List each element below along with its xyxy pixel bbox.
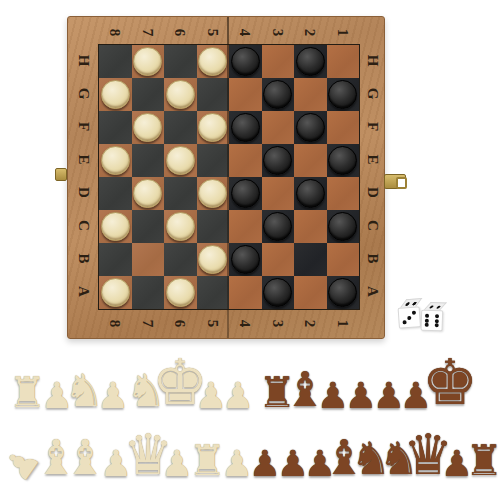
die-pip [412, 310, 416, 314]
black-checker [328, 80, 357, 109]
dark-king-piece: ♚ [422, 353, 478, 413]
black-checker [231, 113, 260, 142]
square-g1 [327, 78, 360, 111]
square-e6 [164, 144, 197, 177]
die-pip [436, 305, 442, 308]
square-f8 [99, 111, 132, 144]
file-label-h: H [76, 50, 91, 72]
die-pip [435, 314, 439, 318]
die-showing-3 [397, 298, 421, 328]
square-c8 [99, 210, 132, 243]
die-front-face [398, 306, 421, 328]
square-d1 [327, 177, 360, 210]
square-h6 [164, 45, 197, 78]
white-checker [101, 146, 130, 175]
square-d3 [262, 177, 295, 210]
square-h5 [197, 45, 230, 78]
square-a7 [132, 276, 165, 309]
file-label-c: C [365, 215, 380, 237]
rank-label-6: 6 [172, 307, 187, 340]
black-checker [263, 212, 292, 241]
black-checker [263, 146, 292, 175]
square-b7 [132, 243, 165, 276]
file-label-d: D [76, 182, 91, 204]
square-a3 [262, 276, 295, 309]
square-f4 [229, 111, 262, 144]
square-a1 [327, 276, 360, 309]
square-b3 [262, 243, 295, 276]
black-checker [328, 278, 357, 307]
square-g8 [99, 78, 132, 111]
square-d7 [132, 177, 165, 210]
white-checker [101, 80, 130, 109]
square-d4 [229, 177, 262, 210]
square-f7 [132, 111, 165, 144]
brass-clasp-icon [384, 174, 406, 189]
square-d2 [294, 177, 327, 210]
rank-label-1: 1 [334, 307, 349, 340]
square-c2 [294, 210, 327, 243]
white-checker [133, 113, 162, 142]
black-checker [328, 212, 357, 241]
square-c3 [262, 210, 295, 243]
square-d5 [197, 177, 230, 210]
white-checker [101, 212, 130, 241]
square-f3 [262, 111, 295, 144]
square-g4 [229, 78, 262, 111]
rank-label-4: 4 [237, 307, 252, 340]
square-f2 [294, 111, 327, 144]
white-checker [166, 212, 195, 241]
black-checker [231, 47, 260, 76]
square-f1 [327, 111, 360, 144]
square-e1 [327, 144, 360, 177]
square-a4 [229, 276, 262, 309]
square-d6 [164, 177, 197, 210]
board-fold-seam [227, 17, 229, 338]
black-checker [231, 179, 260, 208]
square-f6 [164, 111, 197, 144]
square-h1 [327, 45, 360, 78]
light-pawn-piece: ♟ [97, 379, 129, 413]
file-label-c: C [76, 215, 91, 237]
die-front-face [421, 310, 444, 332]
black-checker [296, 179, 325, 208]
rank-label-7: 7 [139, 307, 154, 340]
square-b2 [294, 243, 327, 276]
board-grid [98, 44, 360, 310]
file-label-a: A [76, 281, 91, 303]
product-photo: 87654321 87654321 HGFEDCBA HGFEDCBA ♜♟♞♟… [0, 0, 500, 500]
file-label-e: E [365, 149, 380, 171]
file-label-f: F [76, 116, 91, 138]
rank-label-8: 8 [107, 307, 122, 340]
black-checker [296, 113, 325, 142]
rank-label-3: 3 [269, 307, 284, 340]
square-c7 [132, 210, 165, 243]
dark-rook-piece: ♜ [465, 441, 500, 481]
black-checker [231, 245, 260, 274]
square-e5 [197, 144, 230, 177]
file-label-e: E [76, 149, 91, 171]
square-b6 [164, 243, 197, 276]
square-g6 [164, 78, 197, 111]
white-checker [198, 245, 227, 274]
square-a6 [164, 276, 197, 309]
square-b4 [229, 243, 262, 276]
die-pip [425, 323, 429, 327]
square-c1 [327, 210, 360, 243]
square-b8 [99, 243, 132, 276]
file-label-g: G [76, 83, 91, 105]
right-letter-labels: HGFEDCBA [361, 44, 383, 308]
die-pip [425, 314, 429, 318]
square-a5 [197, 276, 230, 309]
square-c6 [164, 210, 197, 243]
black-checker [263, 278, 292, 307]
white-checker [166, 146, 195, 175]
white-checker [198, 179, 227, 208]
die-pip [435, 319, 439, 323]
square-h8 [99, 45, 132, 78]
file-label-g: G [365, 83, 380, 105]
white-checker [133, 47, 162, 76]
square-g7 [132, 78, 165, 111]
die-pip [412, 301, 417, 304]
file-label-b: B [76, 248, 91, 270]
die-showing-6 [421, 302, 444, 332]
folding-chess-board: 87654321 87654321 HGFEDCBA HGFEDCBA [67, 16, 385, 339]
square-e3 [262, 144, 295, 177]
square-h7 [132, 45, 165, 78]
square-b5 [197, 243, 230, 276]
rank-label-5: 5 [204, 307, 219, 340]
square-c5 [197, 210, 230, 243]
white-checker [198, 113, 227, 142]
die-pip [429, 305, 435, 308]
square-h3 [262, 45, 295, 78]
square-h2 [294, 45, 327, 78]
die-pip [402, 320, 406, 324]
file-label-a: A [365, 281, 380, 303]
black-checker [296, 47, 325, 76]
square-b1 [327, 243, 360, 276]
white-checker [101, 278, 130, 307]
square-g3 [262, 78, 295, 111]
left-letter-labels: HGFEDCBA [72, 44, 94, 308]
file-label-h: H [365, 50, 380, 72]
square-d8 [99, 177, 132, 210]
square-e7 [132, 144, 165, 177]
file-label-b: B [365, 248, 380, 270]
die-pip [435, 323, 439, 327]
square-c4 [229, 210, 262, 243]
square-e4 [229, 144, 262, 177]
black-checker [328, 146, 357, 175]
die-pip [407, 315, 411, 319]
brass-latch-icon [55, 168, 67, 181]
square-h4 [229, 45, 262, 78]
black-checker [263, 80, 292, 109]
square-g5 [197, 78, 230, 111]
square-a2 [294, 276, 327, 309]
square-f5 [197, 111, 230, 144]
white-checker [166, 80, 195, 109]
white-checker [166, 278, 195, 307]
square-e8 [99, 144, 132, 177]
square-a8 [99, 276, 132, 309]
white-checker [198, 47, 227, 76]
square-e2 [294, 144, 327, 177]
file-label-d: D [365, 182, 380, 204]
die-pip [405, 302, 410, 305]
rank-label-2: 2 [302, 307, 317, 340]
light-pawn-piece: ♟ [222, 379, 254, 413]
white-checker [133, 179, 162, 208]
die-pip [425, 318, 429, 322]
square-g2 [294, 78, 327, 111]
file-label-f: F [365, 116, 380, 138]
